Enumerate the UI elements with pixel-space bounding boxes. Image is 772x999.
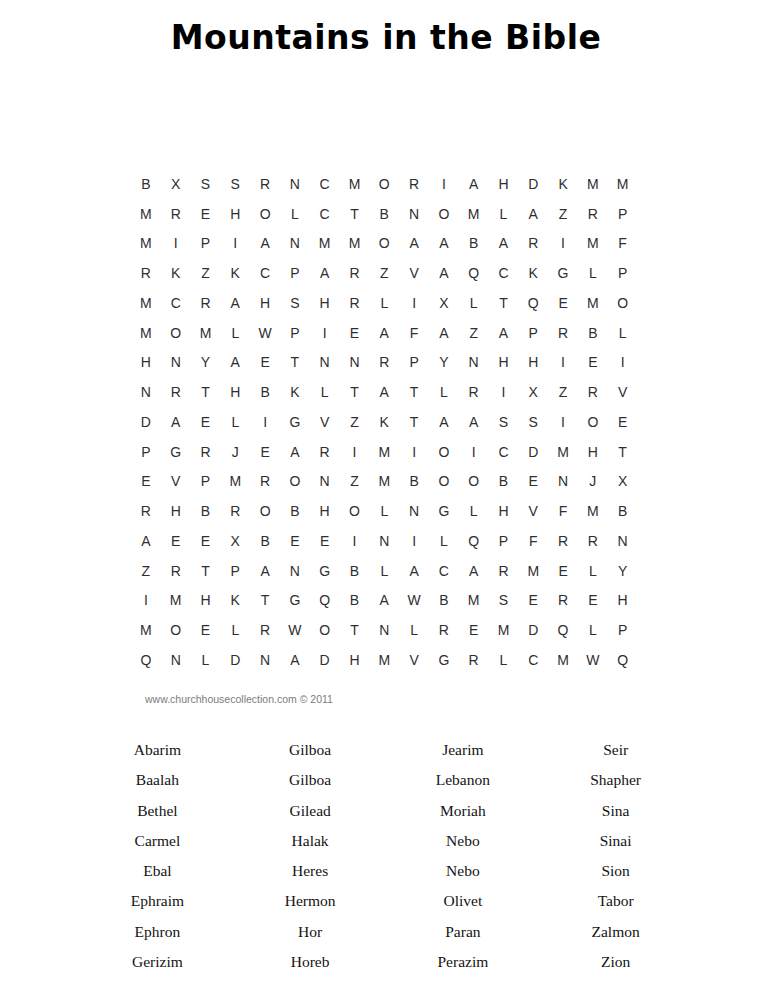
grid-cell[interactable]: T <box>489 288 519 318</box>
grid-cell[interactable]: H <box>340 645 370 675</box>
grid-cell[interactable]: X <box>518 377 548 407</box>
grid-cell[interactable]: J <box>220 437 250 467</box>
grid-cell[interactable]: G <box>548 258 578 288</box>
grid-cell[interactable]: M <box>459 586 489 616</box>
grid-cell[interactable]: D <box>518 437 548 467</box>
grid-cell[interactable]: P <box>280 258 310 288</box>
grid-cell[interactable]: E <box>548 288 578 318</box>
grid-cell[interactable]: N <box>280 556 310 586</box>
grid-cell[interactable]: Y <box>191 348 221 378</box>
grid-cell[interactable]: R <box>578 199 608 229</box>
grid-cell[interactable]: L <box>429 526 459 556</box>
grid-cell[interactable]: I <box>459 437 489 467</box>
grid-cell[interactable]: Z <box>340 467 370 497</box>
grid-cell[interactable]: T <box>340 377 370 407</box>
grid-cell[interactable]: E <box>191 526 221 556</box>
grid-cell[interactable]: M <box>608 169 638 199</box>
grid-cell[interactable]: M <box>131 615 161 645</box>
grid-cell[interactable]: P <box>608 199 638 229</box>
grid-cell[interactable]: F <box>399 318 429 348</box>
grid-cell[interactable]: R <box>131 258 161 288</box>
grid-cell[interactable]: R <box>489 556 519 586</box>
grid-cell[interactable]: O <box>310 615 340 645</box>
grid-cell[interactable]: R <box>161 377 191 407</box>
grid-cell[interactable]: V <box>608 377 638 407</box>
grid-cell[interactable]: W <box>250 318 280 348</box>
grid-cell[interactable]: M <box>161 586 191 616</box>
grid-cell[interactable]: O <box>340 496 370 526</box>
grid-cell[interactable]: Z <box>548 377 578 407</box>
word-list-item: Sinai <box>539 826 692 856</box>
grid-cell[interactable]: H <box>310 496 340 526</box>
grid-cell[interactable]: M <box>191 318 221 348</box>
grid-cell[interactable]: H <box>578 437 608 467</box>
grid-cell[interactable]: T <box>399 377 429 407</box>
grid-cell[interactable]: L <box>310 377 340 407</box>
grid-cell[interactable]: R <box>518 229 548 259</box>
grid-cell[interactable]: R <box>459 645 489 675</box>
grid-cell[interactable]: O <box>161 615 191 645</box>
grid-cell[interactable]: Q <box>131 645 161 675</box>
grid-cell[interactable]: L <box>369 288 399 318</box>
grid-cell[interactable]: A <box>131 526 161 556</box>
grid-cell[interactable]: P <box>608 615 638 645</box>
grid-cell[interactable]: C <box>429 556 459 586</box>
grid-cell[interactable]: R <box>578 377 608 407</box>
grid-cell[interactable]: A <box>161 407 191 437</box>
grid-cell[interactable]: R <box>429 615 459 645</box>
grid-cell[interactable]: E <box>578 586 608 616</box>
grid-cell[interactable]: R <box>310 437 340 467</box>
grid-cell[interactable]: I <box>548 407 578 437</box>
grid-cell[interactable]: K <box>280 377 310 407</box>
grid-cell[interactable]: O <box>250 199 280 229</box>
grid-cell[interactable]: L <box>578 258 608 288</box>
grid-cell[interactable]: O <box>429 199 459 229</box>
grid-cell[interactable]: Z <box>340 407 370 437</box>
grid-cell[interactable]: L <box>489 199 519 229</box>
grid-cell[interactable]: N <box>310 348 340 378</box>
grid-cell[interactable]: O <box>161 318 191 348</box>
grid-cell[interactable]: O <box>578 407 608 437</box>
grid-cell[interactable]: S <box>220 169 250 199</box>
grid-cell[interactable]: F <box>548 496 578 526</box>
grid-cell[interactable]: A <box>429 229 459 259</box>
grid-cell[interactable]: R <box>220 496 250 526</box>
grid-cell[interactable]: M <box>340 229 370 259</box>
grid-cell[interactable]: S <box>191 169 221 199</box>
grid-cell[interactable]: Q <box>459 258 489 288</box>
grid-cell[interactable]: E <box>548 556 578 586</box>
grid-cell[interactable]: Z <box>369 258 399 288</box>
grid-cell[interactable]: A <box>459 407 489 437</box>
grid-cell[interactable]: O <box>429 467 459 497</box>
grid-cell[interactable]: P <box>191 467 221 497</box>
grid-cell[interactable]: L <box>578 556 608 586</box>
grid-cell[interactable]: T <box>191 556 221 586</box>
grid-cell[interactable]: O <box>429 437 459 467</box>
grid-cell[interactable]: C <box>161 288 191 318</box>
word-list-item: Horeb <box>234 947 387 977</box>
grid-cell[interactable]: B <box>429 586 459 616</box>
grid-cell[interactable]: A <box>399 229 429 259</box>
grid-cell[interactable]: L <box>191 645 221 675</box>
grid-cell[interactable]: E <box>280 526 310 556</box>
grid-cell[interactable]: A <box>429 407 459 437</box>
grid-cell[interactable]: T <box>608 437 638 467</box>
grid-cell[interactable]: L <box>220 615 250 645</box>
word-list-item: Heres <box>234 856 387 886</box>
word-list-item: Jearim <box>387 735 540 765</box>
grid-cell[interactable]: I <box>220 229 250 259</box>
grid-cell[interactable]: N <box>369 526 399 556</box>
grid-cell[interactable]: N <box>280 229 310 259</box>
grid-cell[interactable]: I <box>548 348 578 378</box>
grid-cell[interactable]: D <box>131 407 161 437</box>
grid-cell[interactable]: M <box>548 437 578 467</box>
grid-cell[interactable]: G <box>429 645 459 675</box>
grid-cell[interactable]: K <box>548 169 578 199</box>
grid-cell[interactable]: R <box>161 199 191 229</box>
grid-cell[interactable]: T <box>250 586 280 616</box>
grid-cell[interactable]: H <box>250 288 280 318</box>
grid-cell[interactable]: E <box>608 407 638 437</box>
grid-cell[interactable]: M <box>131 229 161 259</box>
grid-cell[interactable]: A <box>489 318 519 348</box>
grid-cell[interactable]: B <box>608 496 638 526</box>
grid-cell[interactable]: A <box>369 377 399 407</box>
grid-cell[interactable]: L <box>459 496 489 526</box>
grid-cell[interactable]: K <box>220 586 250 616</box>
grid-cell[interactable]: A <box>429 258 459 288</box>
grid-cell[interactable]: N <box>161 645 191 675</box>
grid-cell[interactable]: B <box>369 199 399 229</box>
grid-cell[interactable]: T <box>399 407 429 437</box>
word-list-column: JearimLebanonMoriahNeboNeboOlivetParanPe… <box>387 735 540 977</box>
grid-cell[interactable]: E <box>518 467 548 497</box>
grid-cell[interactable]: A <box>429 318 459 348</box>
grid-cell[interactable]: A <box>280 645 310 675</box>
grid-cell[interactable]: Q <box>310 586 340 616</box>
grid-cell[interactable]: M <box>369 437 399 467</box>
grid-cell[interactable]: M <box>131 199 161 229</box>
grid-cell[interactable]: Z <box>131 556 161 586</box>
grid-cell[interactable]: R <box>250 615 280 645</box>
grid-cell[interactable]: H <box>518 348 548 378</box>
grid-cell[interactable]: Z <box>191 258 221 288</box>
grid-cell[interactable]: X <box>220 526 250 556</box>
grid-cell[interactable]: S <box>489 407 519 437</box>
grid-cell[interactable]: E <box>250 437 280 467</box>
grid-cell[interactable]: L <box>399 615 429 645</box>
grid-cell[interactable]: A <box>369 586 399 616</box>
grid-cell[interactable]: G <box>280 586 310 616</box>
grid-cell[interactable]: H <box>220 199 250 229</box>
word-list-item: Hor <box>234 917 387 947</box>
grid-cell[interactable]: A <box>220 348 250 378</box>
grid-cell[interactable]: B <box>459 229 489 259</box>
grid-cell[interactable]: B <box>340 556 370 586</box>
grid-cell[interactable]: K <box>220 258 250 288</box>
grid-cell[interactable]: L <box>369 556 399 586</box>
grid-cell[interactable]: P <box>399 348 429 378</box>
grid-cell[interactable]: M <box>548 645 578 675</box>
grid-cell[interactable]: E <box>518 586 548 616</box>
grid-cell[interactable]: H <box>161 496 191 526</box>
grid-cell[interactable]: T <box>340 615 370 645</box>
grid-cell[interactable]: M <box>518 556 548 586</box>
grid-cell[interactable]: M <box>489 615 519 645</box>
grid-cell[interactable]: O <box>459 467 489 497</box>
grid-cell[interactable]: L <box>608 318 638 348</box>
word-list-column: GilboaGilboaGileadHalakHeresHermonHorHor… <box>234 735 387 977</box>
grid-cell[interactable]: B <box>131 169 161 199</box>
grid-cell[interactable]: O <box>608 288 638 318</box>
grid-cell[interactable]: S <box>280 288 310 318</box>
grid-cell[interactable]: T <box>340 199 370 229</box>
grid-cell[interactable]: H <box>310 288 340 318</box>
grid-cell[interactable]: Y <box>429 348 459 378</box>
grid-cell[interactable]: B <box>250 526 280 556</box>
grid-cell[interactable]: S <box>518 407 548 437</box>
grid-cell[interactable]: P <box>131 437 161 467</box>
grid-cell[interactable]: B <box>340 586 370 616</box>
grid-cell[interactable]: F <box>518 526 548 556</box>
grid-cell[interactable]: D <box>518 615 548 645</box>
grid-cell[interactable]: N <box>310 467 340 497</box>
grid-cell[interactable]: Y <box>608 556 638 586</box>
grid-cell[interactable]: P <box>280 318 310 348</box>
grid-cell[interactable]: R <box>340 258 370 288</box>
grid-cell[interactable]: H <box>489 348 519 378</box>
grid-cell[interactable]: V <box>399 645 429 675</box>
grid-cell[interactable]: R <box>548 318 578 348</box>
grid-cell[interactable]: R <box>459 377 489 407</box>
grid-cell[interactable]: R <box>191 288 221 318</box>
grid-cell[interactable]: W <box>399 586 429 616</box>
grid-cell[interactable]: M <box>578 169 608 199</box>
grid-cell[interactable]: A <box>518 199 548 229</box>
grid-cell[interactable]: D <box>310 645 340 675</box>
grid-cell[interactable]: L <box>578 615 608 645</box>
word-list-item: Zion <box>539 947 692 977</box>
grid-cell[interactable]: C <box>518 645 548 675</box>
grid-cell[interactable]: X <box>429 288 459 318</box>
word-list-item: Abarim <box>81 735 234 765</box>
grid-cell[interactable]: O <box>369 229 399 259</box>
grid-cell[interactable]: N <box>340 348 370 378</box>
grid-cell[interactable]: D <box>220 645 250 675</box>
grid-cell[interactable]: X <box>161 169 191 199</box>
grid-cell[interactable]: R <box>548 586 578 616</box>
grid-cell[interactable]: V <box>399 258 429 288</box>
grid-cell[interactable]: K <box>518 258 548 288</box>
grid-cell[interactable]: E <box>161 526 191 556</box>
grid-cell[interactable]: N <box>608 526 638 556</box>
grid-cell[interactable]: E <box>578 348 608 378</box>
grid-cell[interactable]: A <box>250 229 280 259</box>
grid-cell[interactable]: E <box>131 467 161 497</box>
grid-cell[interactable]: M <box>369 645 399 675</box>
grid-cell[interactable]: N <box>369 615 399 645</box>
grid-cell[interactable]: W <box>578 645 608 675</box>
grid-cell[interactable]: R <box>250 467 280 497</box>
grid-cell[interactable]: L <box>429 377 459 407</box>
grid-cell[interactable]: A <box>399 556 429 586</box>
grid-cell[interactable]: B <box>578 318 608 348</box>
grid-cell[interactable]: A <box>459 169 489 199</box>
grid-cell[interactable]: I <box>250 407 280 437</box>
grid-cell[interactable]: R <box>161 556 191 586</box>
grid-cell[interactable]: S <box>489 586 519 616</box>
grid-cell[interactable]: I <box>429 169 459 199</box>
grid-cell[interactable]: K <box>369 407 399 437</box>
grid-cell[interactable]: P <box>191 229 221 259</box>
grid-cell[interactable]: R <box>548 526 578 556</box>
grid-cell[interactable]: N <box>399 496 429 526</box>
grid-cell[interactable]: P <box>608 258 638 288</box>
grid-cell[interactable]: B <box>191 496 221 526</box>
grid-cell[interactable]: P <box>518 318 548 348</box>
grid-cell[interactable]: I <box>310 318 340 348</box>
grid-cell[interactable]: H <box>489 169 519 199</box>
grid-cell[interactable]: H <box>131 348 161 378</box>
grid-cell[interactable]: B <box>250 377 280 407</box>
word-list-item: Zalmon <box>539 917 692 947</box>
grid-cell[interactable]: M <box>131 318 161 348</box>
grid-cell[interactable]: G <box>429 496 459 526</box>
grid-cell[interactable]: V <box>161 467 191 497</box>
grid-cell[interactable]: B <box>399 467 429 497</box>
grid-cell[interactable]: A <box>489 229 519 259</box>
grid-cell[interactable]: W <box>280 615 310 645</box>
grid-cell[interactable]: N <box>548 467 578 497</box>
grid-cell[interactable]: L <box>369 496 399 526</box>
grid-cell[interactable]: N <box>250 645 280 675</box>
grid-cell[interactable]: M <box>220 467 250 497</box>
grid-cell[interactable]: O <box>280 467 310 497</box>
grid-cell[interactable]: P <box>220 556 250 586</box>
grid-cell[interactable]: T <box>191 377 221 407</box>
grid-cell[interactable]: X <box>608 467 638 497</box>
grid-cell[interactable]: A <box>459 556 489 586</box>
grid-cell[interactable]: I <box>489 377 519 407</box>
grid-cell[interactable]: R <box>340 288 370 318</box>
grid-cell[interactable]: T <box>280 348 310 378</box>
grid-cell[interactable]: A <box>280 437 310 467</box>
grid-cell[interactable]: N <box>131 377 161 407</box>
grid-cell[interactable]: E <box>310 526 340 556</box>
grid-cell[interactable]: I <box>340 437 370 467</box>
grid-cell[interactable]: M <box>340 169 370 199</box>
grid-cell[interactable]: Q <box>608 645 638 675</box>
grid-cell[interactable]: B <box>489 467 519 497</box>
grid-cell[interactable]: I <box>608 348 638 378</box>
grid-cell[interactable]: H <box>220 377 250 407</box>
grid-cell[interactable]: B <box>280 496 310 526</box>
grid-cell[interactable]: A <box>310 258 340 288</box>
grid-cell[interactable]: F <box>608 229 638 259</box>
grid-cell[interactable]: M <box>310 229 340 259</box>
grid-cell[interactable]: A <box>369 318 399 348</box>
grid-cell[interactable]: N <box>399 199 429 229</box>
grid-cell[interactable]: N <box>280 169 310 199</box>
grid-cell[interactable]: I <box>131 586 161 616</box>
grid-cell[interactable]: E <box>250 348 280 378</box>
grid-cell[interactable]: L <box>220 407 250 437</box>
grid-cell[interactable]: G <box>161 437 191 467</box>
grid-cell[interactable]: O <box>250 496 280 526</box>
grid-cell[interactable]: A <box>250 556 280 586</box>
grid-cell[interactable]: C <box>310 169 340 199</box>
grid-cell[interactable]: M <box>578 496 608 526</box>
grid-cell[interactable]: Z <box>548 199 578 229</box>
grid-cell[interactable]: C <box>489 437 519 467</box>
grid-cell[interactable]: V <box>310 407 340 437</box>
grid-cell[interactable]: L <box>220 318 250 348</box>
grid-cell[interactable]: A <box>220 288 250 318</box>
grid-cell[interactable]: L <box>280 199 310 229</box>
grid-cell[interactable]: V <box>518 496 548 526</box>
grid-cell[interactable]: E <box>340 318 370 348</box>
grid-cell[interactable]: Z <box>459 318 489 348</box>
grid-cell[interactable]: R <box>250 169 280 199</box>
grid-cell[interactable]: H <box>489 496 519 526</box>
grid-cell[interactable]: R <box>399 169 429 199</box>
grid-cell[interactable]: R <box>578 526 608 556</box>
grid-cell[interactable]: E <box>191 407 221 437</box>
grid-cell[interactable]: P <box>489 526 519 556</box>
grid-cell[interactable]: H <box>608 586 638 616</box>
grid-cell[interactable]: Q <box>548 615 578 645</box>
grid-cell[interactable]: C <box>250 258 280 288</box>
grid-cell[interactable]: C <box>489 258 519 288</box>
grid-cell[interactable]: E <box>191 615 221 645</box>
grid-cell[interactable]: M <box>459 199 489 229</box>
grid-cell[interactable]: O <box>369 169 399 199</box>
grid-cell[interactable]: M <box>369 467 399 497</box>
grid-cell[interactable]: E <box>191 199 221 229</box>
grid-cell[interactable]: N <box>459 348 489 378</box>
grid-cell[interactable]: D <box>518 169 548 199</box>
grid-cell[interactable]: N <box>161 348 191 378</box>
grid-cell[interactable]: M <box>578 288 608 318</box>
grid-cell[interactable]: I <box>399 526 429 556</box>
grid-cell[interactable]: I <box>548 229 578 259</box>
grid-cell[interactable]: I <box>399 288 429 318</box>
grid-cell[interactable]: I <box>340 526 370 556</box>
grid-cell[interactable]: R <box>131 496 161 526</box>
grid-cell[interactable]: K <box>161 258 191 288</box>
grid-cell[interactable]: M <box>578 229 608 259</box>
grid-cell[interactable]: Q <box>459 526 489 556</box>
grid-cell[interactable]: H <box>191 586 221 616</box>
grid-cell[interactable]: Q <box>518 288 548 318</box>
grid-cell[interactable]: L <box>489 645 519 675</box>
grid-cell[interactable]: E <box>459 615 489 645</box>
grid-cell[interactable]: R <box>191 437 221 467</box>
grid-cell[interactable]: M <box>131 288 161 318</box>
grid-cell[interactable]: I <box>161 229 191 259</box>
grid-cell[interactable]: J <box>578 467 608 497</box>
word-list-item: Gilboa <box>234 765 387 795</box>
grid-cell[interactable]: L <box>459 288 489 318</box>
grid-cell[interactable]: R <box>369 348 399 378</box>
grid-cell[interactable]: C <box>310 199 340 229</box>
grid-cell[interactable]: G <box>280 407 310 437</box>
grid-cell[interactable]: G <box>310 556 340 586</box>
grid-cell[interactable]: I <box>399 437 429 467</box>
